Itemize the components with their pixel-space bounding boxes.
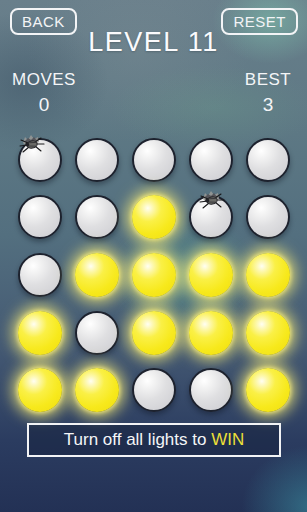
light-r1c4-off[interactable]	[189, 138, 233, 182]
light-r4c4-on[interactable]	[189, 311, 233, 355]
light-r3c4-on[interactable]	[189, 253, 233, 297]
moves-value: 0	[8, 94, 80, 116]
game-screen: BACK RESET LEVEL 11 MOVES 0 BEST 3 Turn …	[0, 0, 307, 512]
light-r2c4-off[interactable]	[189, 195, 233, 239]
cell-r5c5	[239, 361, 296, 419]
best-stat: BEST 3	[237, 70, 299, 116]
light-r3c3-on[interactable]	[132, 253, 176, 297]
cell-r1c1	[11, 131, 68, 189]
cell-r4c1	[11, 304, 68, 362]
cell-r5c2	[68, 361, 125, 419]
cell-r2c1	[11, 189, 68, 247]
bug-icon	[16, 132, 48, 158]
light-r4c3-on[interactable]	[132, 311, 176, 355]
cell-r4c5	[239, 304, 296, 362]
cell-r3c2	[68, 246, 125, 304]
cell-r5c4	[182, 361, 239, 419]
bug-sprite	[16, 132, 48, 158]
light-r1c1-off[interactable]	[18, 138, 62, 182]
cell-r2c2	[68, 189, 125, 247]
cell-r4c3	[125, 304, 182, 362]
light-r3c5-on[interactable]	[246, 253, 290, 297]
light-r2c3-on[interactable]	[132, 195, 176, 239]
cell-r3c3	[125, 246, 182, 304]
cell-r2c3	[125, 189, 182, 247]
moves-stat: MOVES 0	[8, 70, 80, 116]
light-r2c1-off[interactable]	[18, 195, 62, 239]
light-r1c5-off[interactable]	[246, 138, 290, 182]
level-title: LEVEL 11	[0, 27, 307, 58]
moves-label: MOVES	[8, 70, 80, 90]
light-r1c3-off[interactable]	[132, 138, 176, 182]
light-r2c2-off[interactable]	[75, 195, 119, 239]
cell-r3c5	[239, 246, 296, 304]
light-r5c1-on[interactable]	[18, 368, 62, 412]
bug-sprite	[196, 188, 228, 214]
light-r5c5-on[interactable]	[246, 368, 290, 412]
lights-grid	[11, 131, 296, 419]
cell-r1c4	[182, 131, 239, 189]
light-r1c2-off[interactable]	[75, 138, 119, 182]
light-r4c5-on[interactable]	[246, 311, 290, 355]
cell-r1c2	[68, 131, 125, 189]
goal-message-box: Turn off all lights to WIN	[27, 423, 281, 457]
light-r2c5-off[interactable]	[246, 195, 290, 239]
light-r4c2-off[interactable]	[75, 311, 119, 355]
goal-message-win: WIN	[211, 430, 244, 450]
best-label: BEST	[237, 70, 299, 90]
light-r5c4-off[interactable]	[189, 368, 233, 412]
cell-r1c5	[239, 131, 296, 189]
cell-r3c1	[11, 246, 68, 304]
cell-r4c4	[182, 304, 239, 362]
cell-r5c1	[11, 361, 68, 419]
best-value: 3	[237, 94, 299, 116]
goal-message-text: Turn off all lights to	[64, 430, 211, 450]
cell-r2c5	[239, 189, 296, 247]
cell-r2c4	[182, 189, 239, 247]
light-r4c1-on[interactable]	[18, 311, 62, 355]
light-r3c2-on[interactable]	[75, 253, 119, 297]
cell-r1c3	[125, 131, 182, 189]
light-r5c2-on[interactable]	[75, 368, 119, 412]
light-r5c3-off[interactable]	[132, 368, 176, 412]
cell-r4c2	[68, 304, 125, 362]
bug-icon	[196, 188, 228, 214]
cell-r5c3	[125, 361, 182, 419]
light-r3c1-off[interactable]	[18, 253, 62, 297]
cell-r3c4	[182, 246, 239, 304]
